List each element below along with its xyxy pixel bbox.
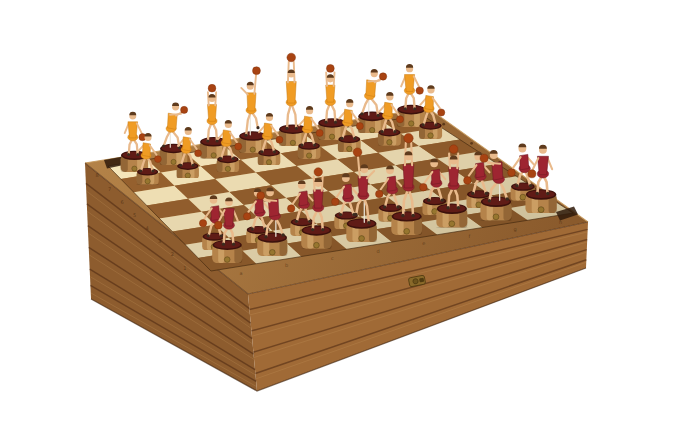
- piece-yellow-pawn-f7: [329, 94, 370, 152]
- piece-yellow-pawn-c7: [208, 115, 248, 172]
- piece-yellow-pawn-e7: [289, 101, 329, 159]
- piece-red-king-e1: [385, 130, 428, 235]
- piece-red-rook-a1: [206, 189, 248, 263]
- piece-red-rook-h1: [519, 136, 563, 213]
- piece-yellow-pawn-a7: [128, 128, 167, 185]
- basketball-chess-set-photo: abcdefgh87654321: [0, 0, 680, 425]
- piece-red-bishop-c1: [295, 163, 338, 249]
- piece-yellow-pawn-b7: [168, 122, 208, 179]
- piece-red-bishop-f1: [430, 140, 474, 227]
- piece-red-queen-d1: [340, 145, 383, 242]
- piece-red-knight-b1: [251, 176, 294, 256]
- piece-red-knight-g1: [474, 138, 518, 221]
- pieces-layer: [0, 0, 680, 425]
- piece-yellow-pawn-d7: [249, 108, 289, 166]
